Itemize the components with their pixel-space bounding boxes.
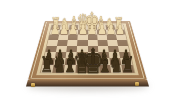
piece-white-pawn[interactable]: ♟ xyxy=(78,21,88,37)
chess-set-photo: ♜♞♝♛♚♝♞♜♟♟♟♟♟♟♟♟♟♟♟♟♟♟♟♟♜♞♝♛♚♝♞♜ xyxy=(0,0,175,105)
piece-white-pawn[interactable]: ♟ xyxy=(97,21,107,37)
piece-white-pawn[interactable]: ♟ xyxy=(50,21,60,37)
piece-white-pawn[interactable]: ♟ xyxy=(69,21,79,37)
brass-clasp-left xyxy=(31,83,35,87)
piece-white-pawn[interactable]: ♟ xyxy=(87,21,97,37)
brass-clasp-right xyxy=(135,82,139,86)
piece-black-rook[interactable]: ♜ xyxy=(121,54,134,76)
piece-white-pawn[interactable]: ♟ xyxy=(115,21,125,37)
